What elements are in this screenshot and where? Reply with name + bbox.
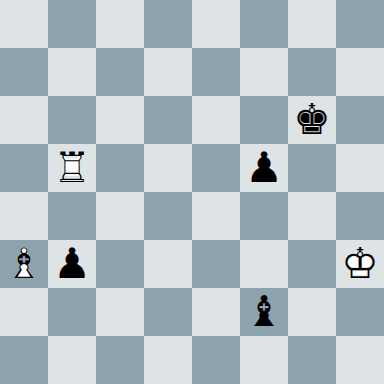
square-d5[interactable] (144, 144, 192, 192)
square-c2[interactable] (96, 288, 144, 336)
piece-black-bishop-f2[interactable]: ♝ (245, 291, 283, 333)
square-b6[interactable] (48, 96, 96, 144)
square-g1[interactable] (288, 336, 336, 384)
square-c5[interactable] (96, 144, 144, 192)
square-g8[interactable] (288, 0, 336, 48)
square-h3[interactable]: ♚♔ (336, 240, 384, 288)
square-f1[interactable] (240, 336, 288, 384)
square-c3[interactable] (96, 240, 144, 288)
square-c8[interactable] (96, 0, 144, 48)
square-e5[interactable] (192, 144, 240, 192)
square-g3[interactable] (288, 240, 336, 288)
square-g4[interactable] (288, 192, 336, 240)
square-b1[interactable] (48, 336, 96, 384)
square-a4[interactable] (0, 192, 48, 240)
square-g2[interactable] (288, 288, 336, 336)
square-h5[interactable] (336, 144, 384, 192)
square-h2[interactable] (336, 288, 384, 336)
square-h8[interactable] (336, 0, 384, 48)
square-e8[interactable] (192, 0, 240, 48)
square-c6[interactable] (96, 96, 144, 144)
square-h7[interactable] (336, 48, 384, 96)
chess-board: ♚♜♖♟♝♗♟♚♔♝ (0, 0, 384, 384)
piece-white-king-h3[interactable]: ♚♔ (341, 243, 379, 285)
square-g6[interactable]: ♚ (288, 96, 336, 144)
square-e7[interactable] (192, 48, 240, 96)
square-d7[interactable] (144, 48, 192, 96)
square-f5[interactable]: ♟ (240, 144, 288, 192)
square-a1[interactable] (0, 336, 48, 384)
square-d2[interactable] (144, 288, 192, 336)
square-d1[interactable] (144, 336, 192, 384)
piece-black-pawn-b3[interactable]: ♟ (53, 243, 91, 285)
square-f8[interactable] (240, 0, 288, 48)
square-g7[interactable] (288, 48, 336, 96)
square-f3[interactable] (240, 240, 288, 288)
square-d6[interactable] (144, 96, 192, 144)
piece-white-bishop-a3[interactable]: ♝♗ (5, 243, 43, 285)
square-a2[interactable] (0, 288, 48, 336)
square-f6[interactable] (240, 96, 288, 144)
square-a6[interactable] (0, 96, 48, 144)
square-b2[interactable] (48, 288, 96, 336)
square-h1[interactable] (336, 336, 384, 384)
square-e3[interactable] (192, 240, 240, 288)
square-d8[interactable] (144, 0, 192, 48)
square-h6[interactable] (336, 96, 384, 144)
square-e1[interactable] (192, 336, 240, 384)
piece-outline-layer: ♔ (341, 239, 379, 288)
square-b3[interactable]: ♟ (48, 240, 96, 288)
square-c7[interactable] (96, 48, 144, 96)
square-h4[interactable] (336, 192, 384, 240)
square-a5[interactable] (0, 144, 48, 192)
square-b8[interactable] (48, 0, 96, 48)
square-f7[interactable] (240, 48, 288, 96)
square-a8[interactable] (0, 0, 48, 48)
square-b4[interactable] (48, 192, 96, 240)
piece-black-king-g6[interactable]: ♚ (293, 99, 331, 141)
piece-black-pawn-f5[interactable]: ♟ (245, 147, 283, 189)
square-d4[interactable] (144, 192, 192, 240)
square-f4[interactable] (240, 192, 288, 240)
piece-outline-layer: ♖ (53, 143, 91, 192)
square-b7[interactable] (48, 48, 96, 96)
square-a7[interactable] (0, 48, 48, 96)
piece-outline-layer: ♗ (5, 239, 43, 288)
square-a3[interactable]: ♝♗ (0, 240, 48, 288)
square-e2[interactable] (192, 288, 240, 336)
square-g5[interactable] (288, 144, 336, 192)
square-c4[interactable] (96, 192, 144, 240)
square-b5[interactable]: ♜♖ (48, 144, 96, 192)
square-f2[interactable]: ♝ (240, 288, 288, 336)
square-c1[interactable] (96, 336, 144, 384)
square-e6[interactable] (192, 96, 240, 144)
square-d3[interactable] (144, 240, 192, 288)
piece-white-rook-b5[interactable]: ♜♖ (53, 147, 91, 189)
square-e4[interactable] (192, 192, 240, 240)
